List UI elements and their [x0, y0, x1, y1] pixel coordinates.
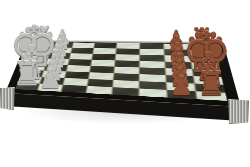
- board-leg-right: [228, 99, 249, 124]
- piece-copper-pawn: ♟: [170, 72, 194, 98]
- piece-copper-rook: ♜: [197, 68, 226, 101]
- chess-set-photo: ♜♟♟♜♞♟♟♞♝♟♟♝♛♟♟♛♚♟♟♚♝♟♟♝♞♟♟♞♜♟♟♜: [0, 0, 250, 167]
- piece-silver-rook: ♜: [12, 59, 41, 92]
- piece-silver-pawn: ♟: [38, 65, 62, 91]
- square: [140, 89, 167, 98]
- square: [62, 85, 87, 93]
- square: [113, 87, 139, 96]
- square: [87, 86, 112, 94]
